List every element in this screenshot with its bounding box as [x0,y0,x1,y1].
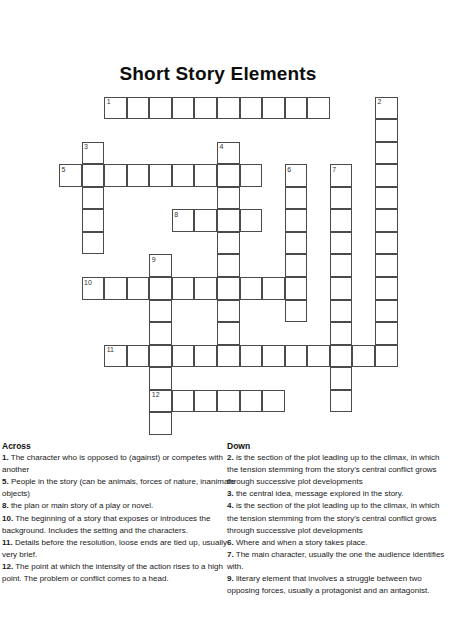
grid-cell[interactable] [217,97,240,120]
clue-number: 3 [84,143,88,151]
grid-cell[interactable] [104,164,127,187]
clue-item-number: 3. [227,489,234,498]
clue-item-text: Where and when a story takes place. [234,538,368,547]
grid-cell[interactable] [194,390,217,413]
grid-cell[interactable] [127,97,150,120]
clue-number: 11 [107,346,114,354]
clue-number: 6 [287,166,291,174]
across-clue-item: 10. The beginning of a story that expose… [2,513,240,537]
grid-cell[interactable] [194,164,217,187]
grid-cell[interactable] [194,97,217,120]
clue-item-text: The point at which the intensity of the … [2,562,223,583]
clue-item-number: 11. [2,538,13,547]
grid-cell[interactable] [194,345,217,368]
grid-cell[interactable] [149,300,172,323]
clue-number: 10 [84,279,92,287]
clue-item-number: 9. [227,574,234,583]
grid-cell[interactable] [330,209,353,232]
grid-cell[interactable] [262,277,285,300]
clue-item-number: 8. [2,501,9,510]
down-clue-item: 9. literary element that involves a stru… [227,573,451,597]
clue-number: 8 [174,211,178,219]
across-clue-item: 8. the plan or main story of a play or n… [2,500,240,512]
clue-item-number: 12. [2,562,13,571]
clue-item-text: is the section of the plot leading up to… [227,501,440,534]
grid-cell[interactable] [240,345,263,368]
grid-cell[interactable] [330,390,353,413]
down-clues-section: Down 2. is the section of the plot leadi… [227,440,451,597]
grid-cell[interactable] [262,345,285,368]
clue-item-number: 1. [2,453,9,462]
grid-cell[interactable]: 9 [149,254,172,277]
across-clue-item: 5. People in the story (can be animals, … [2,476,240,500]
across-heading: Across [2,440,240,452]
grid-cell[interactable] [217,232,240,255]
grid-cell[interactable] [330,300,353,323]
grid-cell[interactable] [127,277,150,300]
grid-cell[interactable] [82,209,105,232]
grid-cell[interactable]: 7 [330,164,353,187]
grid-cell[interactable] [149,367,172,390]
grid-cell[interactable] [172,390,195,413]
down-clue-item: 2. is the section of the plot leading up… [227,452,451,488]
grid-cell[interactable] [149,412,172,435]
grid-cell[interactable] [217,322,240,345]
down-heading: Down [227,440,451,452]
down-clue-list: 2. is the section of the plot leading up… [227,452,451,597]
clue-item-text: The beginning of a story that exposes or… [2,514,210,535]
grid-cell[interactable] [217,345,240,368]
grid-cell[interactable] [375,277,398,300]
clue-item-text: The character who is opposed to (against… [2,453,223,474]
grid-cell[interactable] [262,390,285,413]
grid-cell[interactable] [217,300,240,323]
grid-cell[interactable] [240,390,263,413]
grid-cell[interactable] [127,345,150,368]
grid-cell[interactable] [82,232,105,255]
across-clue-list: 1. The character who is opposed to (agai… [2,452,240,585]
grid-cell[interactable] [330,367,353,390]
grid-cell[interactable]: 2 [375,97,398,120]
across-clue-item: 11. Details before the resolution, loose… [2,537,240,561]
clue-number: 4 [219,143,223,151]
grid-cell[interactable] [240,209,263,232]
grid-cell[interactable]: 12 [149,390,172,413]
across-clue-item: 1. The character who is opposed to (agai… [2,452,240,476]
grid-cell[interactable] [330,187,353,210]
down-clue-item: 3. the central idea, message explored in… [227,488,451,500]
grid-cell[interactable] [240,97,263,120]
grid-cell[interactable]: 6 [285,164,308,187]
clue-number: 5 [62,166,66,174]
grid-cell[interactable] [375,232,398,255]
grid-cell[interactable] [82,164,105,187]
grid-cell[interactable] [149,97,172,120]
grid-cell[interactable] [240,277,263,300]
grid-cell[interactable]: 1 [104,97,127,120]
grid-cell[interactable]: 5 [59,164,82,187]
grid-cell[interactable] [330,345,353,368]
clue-item-number: 2. [227,453,234,462]
grid-cell[interactable] [285,254,308,277]
grid-cell[interactable]: 11 [104,345,127,368]
grid-cell[interactable]: 3 [82,142,105,165]
down-clue-item: 6. Where and when a story takes place. [227,537,451,549]
clue-item-text: the central idea, message explored in th… [234,489,404,498]
grid-cell[interactable] [285,300,308,323]
grid-cell[interactable] [330,322,353,345]
clue-number: 9 [152,256,156,264]
clue-item-text: Details before the resolution, loose end… [2,538,227,559]
grid-cell[interactable] [375,187,398,210]
grid-cell[interactable] [285,97,308,120]
clue-item-number: 6. [227,538,234,547]
grid-cell[interactable] [149,164,172,187]
clue-number: 2 [377,98,381,106]
grid-cell[interactable] [375,345,398,368]
grid-cell[interactable] [307,345,330,368]
grid-cell[interactable] [352,345,375,368]
grid-cell[interactable] [375,164,398,187]
grid-cell[interactable]: 8 [172,209,195,232]
across-clue-item: 12. The point at which the intensity of … [2,561,240,585]
grid-cell[interactable] [375,119,398,142]
grid-cell[interactable] [375,254,398,277]
grid-cell[interactable] [172,345,195,368]
clue-number: 12 [152,391,160,399]
clue-number: 7 [332,166,336,174]
grid-cell[interactable] [240,164,263,187]
clue-item-text: literary element that involves a struggl… [227,574,429,595]
grid-cell[interactable] [104,277,127,300]
down-clue-item: 7. The main character, usually the one t… [227,549,451,573]
clue-item-number: 4. [227,501,234,510]
grid-cell[interactable] [217,277,240,300]
grid-cell[interactable] [285,277,308,300]
grid-cell[interactable] [149,277,172,300]
grid-cell[interactable] [217,164,240,187]
grid-cell[interactable] [307,97,330,120]
grid-cell[interactable] [217,390,240,413]
down-clue-item: 4. is the section of the plot leading up… [227,500,451,536]
grid-cell[interactable] [285,187,308,210]
grid-cell[interactable] [375,209,398,232]
grid-cell[interactable] [194,277,217,300]
grid-cell[interactable] [127,164,150,187]
grid-cell[interactable] [172,164,195,187]
grid-cell[interactable]: 10 [82,277,105,300]
grid-cell[interactable] [330,254,353,277]
grid-cell[interactable] [217,187,240,210]
grid-cell[interactable]: 4 [217,142,240,165]
grid-cell[interactable] [217,254,240,277]
clue-item-text: is the section of the plot leading up to… [227,453,440,486]
grid-cell[interactable] [262,97,285,120]
clue-item-number: 5. [2,477,9,486]
grid-cell[interactable] [375,300,398,323]
clue-item-number: 10. [2,514,13,523]
grid-cell[interactable] [82,187,105,210]
grid-cell[interactable] [172,277,195,300]
grid-cell[interactable] [375,322,398,345]
crossword-grid: 123456789101112 [0,0,452,452]
crossword-worksheet: Short Story Elements 123456789101112 Acr… [0,0,452,640]
clue-number: 1 [107,98,111,106]
grid-cell[interactable] [149,322,172,345]
grid-cell[interactable] [285,209,308,232]
grid-cell[interactable] [194,209,217,232]
clue-item-text: The main character, usually the one the … [227,550,444,571]
grid-cell[interactable] [285,345,308,368]
grid-cell[interactable] [217,209,240,232]
clue-item-text: the plan or main story of a play or nove… [9,501,154,510]
clue-item-text: People in the story (can be animals, for… [2,477,235,498]
grid-cell[interactable] [330,277,353,300]
grid-cell[interactable] [375,142,398,165]
clue-item-number: 7. [227,550,234,559]
across-clues-section: Across 1. The character who is opposed t… [2,440,240,585]
grid-cell[interactable] [149,345,172,368]
grid-cell[interactable] [285,232,308,255]
grid-cell[interactable] [172,97,195,120]
grid-cell[interactable] [330,232,353,255]
